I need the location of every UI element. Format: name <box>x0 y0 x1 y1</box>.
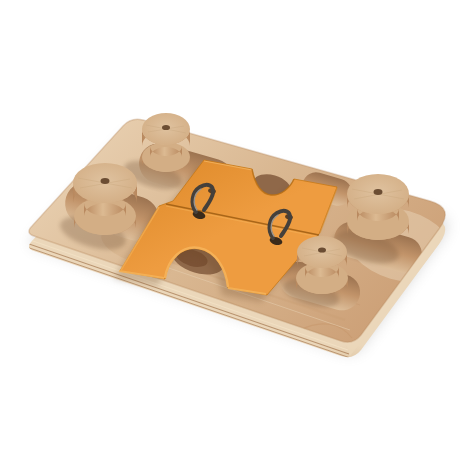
peg-4-hole <box>318 247 326 252</box>
peg-1-hole <box>162 125 170 130</box>
product-photo-frame <box>0 0 470 470</box>
wooden-dog-treat-puzzle-photo <box>0 0 470 470</box>
peg-2-hole <box>101 178 110 184</box>
peg-3-hole <box>374 189 383 195</box>
